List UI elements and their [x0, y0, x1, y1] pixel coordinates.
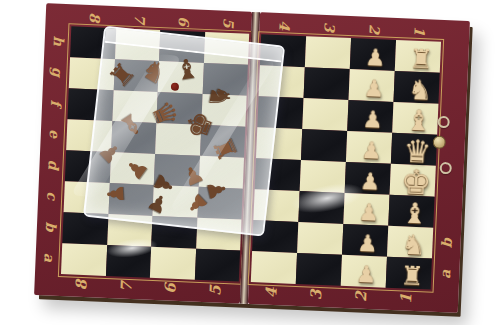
square-e1: [391, 133, 437, 166]
square-h3: [305, 36, 351, 69]
square-a4: [251, 251, 297, 284]
square-d2: [345, 162, 391, 195]
square-c3: [298, 191, 344, 224]
square-d3: [300, 160, 346, 193]
square-g3: [304, 67, 350, 100]
square-a7: [105, 245, 151, 278]
square-b3: [297, 222, 343, 255]
square-a3: [296, 253, 342, 286]
square-a6: [150, 247, 196, 280]
square-b2: [342, 224, 388, 257]
square-f1: [392, 102, 438, 135]
square-b1: [387, 226, 433, 259]
dark-pieces-bag: ♜♞♝♛♚♝♞♜♟♟♟♟♟♟♟♟: [83, 26, 285, 237]
product-photo: 8877665544332211hgfedcbbaa ♜♞♝♛♚♝♞♜♟♟♟♟♟…: [0, 0, 500, 325]
dark-pawn: ♟: [120, 153, 153, 185]
dark-pawn: ♟: [103, 183, 129, 204]
square-c1: [388, 195, 434, 228]
square-g1: [393, 71, 439, 104]
square-a2: [341, 255, 387, 288]
square-h2: [350, 38, 396, 71]
square-e2: [346, 131, 392, 164]
square-e3: [301, 129, 347, 162]
square-d1: [390, 164, 436, 197]
chess-board: 8877665544332211hgfedcbbaa ♜♞♝♛♚♝♞♜♟♟♟♟♟…: [34, 3, 470, 312]
square-c2: [343, 193, 389, 226]
square-h1: [395, 40, 441, 73]
square-f3: [302, 98, 348, 131]
square-f2: [347, 100, 393, 133]
square-a1: [386, 257, 432, 290]
square-a5: [194, 249, 240, 282]
square-a8: [61, 243, 107, 276]
square-g2: [349, 69, 395, 102]
